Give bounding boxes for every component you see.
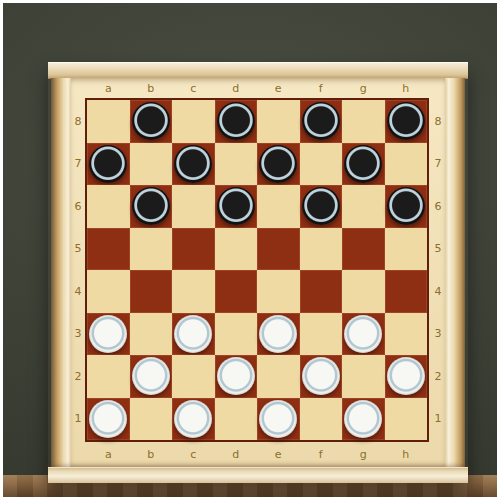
file-label-f: f (300, 79, 343, 97)
file-label-h: h (385, 445, 428, 463)
square-h7[interactable] (385, 143, 428, 186)
square-h3[interactable] (385, 313, 428, 356)
white-man-c3[interactable]: ⛀ (174, 315, 212, 353)
file-labels-bottom: abcdefgh (87, 445, 427, 463)
black-man-d6[interactable]: ⛂ (217, 187, 255, 225)
file-label-c: c (172, 445, 215, 463)
background-wall: abcdefgh 87654321 ⛂⛂⛂⛂⛂⛂⛂⛂⛂⛂⛂⛂⛀⛀⛀⛀⛀⛀⛀⛀⛀⛀… (3, 3, 497, 497)
black-man-f6[interactable]: ⛂ (302, 187, 340, 225)
demonstration-board: abcdefgh 87654321 ⛂⛂⛂⛂⛂⛂⛂⛂⛂⛂⛂⛂⛀⛀⛀⛀⛀⛀⛀⛀⛀⛀… (48, 62, 468, 483)
square-a2[interactable] (87, 355, 130, 398)
rank-label-7: 7 (71, 143, 85, 186)
square-d4[interactable] (215, 270, 258, 313)
file-label-a: a (87, 445, 130, 463)
square-c2[interactable] (172, 355, 215, 398)
board-frame-left-rail (51, 78, 71, 467)
board-body: abcdefgh 87654321 ⛂⛂⛂⛂⛂⛂⛂⛂⛂⛂⛂⛂⛀⛀⛀⛀⛀⛀⛀⛀⛀⛀… (48, 78, 468, 467)
white-man-a1[interactable]: ⛀ (89, 400, 127, 438)
white-man-h2[interactable]: ⛀ (387, 357, 425, 395)
square-a3[interactable]: ⛀ (87, 313, 130, 356)
board-frame-top-rail (48, 62, 468, 79)
black-man-h8[interactable]: ⛂ (387, 102, 425, 140)
white-man-a3[interactable]: ⛀ (89, 315, 127, 353)
square-a1[interactable]: ⛀ (87, 398, 130, 441)
square-g8[interactable] (342, 100, 385, 143)
square-e3[interactable]: ⛀ (257, 313, 300, 356)
square-g3[interactable]: ⛀ (342, 313, 385, 356)
square-e2[interactable] (257, 355, 300, 398)
square-a8[interactable] (87, 100, 130, 143)
black-man-h6[interactable]: ⛂ (387, 187, 425, 225)
square-d5[interactable] (215, 228, 258, 271)
black-man-g7[interactable]: ⛂ (344, 145, 382, 183)
file-label-e: e (257, 445, 300, 463)
square-e6[interactable] (257, 185, 300, 228)
checkers-grid: ⛂⛂⛂⛂⛂⛂⛂⛂⛂⛂⛂⛂⛀⛀⛀⛀⛀⛀⛀⛀⛀⛀⛀⛀ (85, 98, 429, 442)
square-c1[interactable]: ⛀ (172, 398, 215, 441)
square-h5[interactable] (385, 228, 428, 271)
rank-label-4: 4 (431, 270, 445, 313)
square-f8[interactable]: ⛂ (300, 100, 343, 143)
square-c3[interactable]: ⛀ (172, 313, 215, 356)
square-g5[interactable] (342, 228, 385, 271)
file-label-c: c (172, 79, 215, 97)
square-f7[interactable] (300, 143, 343, 186)
square-h8[interactable]: ⛂ (385, 100, 428, 143)
square-g6[interactable] (342, 185, 385, 228)
rank-label-3: 3 (71, 313, 85, 356)
square-f6[interactable]: ⛂ (300, 185, 343, 228)
square-d3[interactable] (215, 313, 258, 356)
square-f4[interactable] (300, 270, 343, 313)
square-a7[interactable]: ⛂ (87, 143, 130, 186)
file-label-h: h (385, 79, 428, 97)
black-man-d8[interactable]: ⛂ (217, 102, 255, 140)
rank-label-8: 8 (71, 100, 85, 143)
square-f1[interactable] (300, 398, 343, 441)
square-c5[interactable] (172, 228, 215, 271)
rank-label-4: 4 (71, 270, 85, 313)
board-frame-right-rail (445, 78, 465, 467)
file-label-g: g (342, 445, 385, 463)
square-d8[interactable]: ⛂ (215, 100, 258, 143)
file-label-g: g (342, 79, 385, 97)
square-b8[interactable]: ⛂ (130, 100, 173, 143)
file-label-b: b (130, 79, 173, 97)
rank-label-5: 5 (71, 228, 85, 271)
photo-frame: abcdefgh 87654321 ⛂⛂⛂⛂⛂⛂⛂⛂⛂⛂⛂⛂⛀⛀⛀⛀⛀⛀⛀⛀⛀⛀… (0, 0, 500, 500)
square-f3[interactable] (300, 313, 343, 356)
file-label-a: a (87, 79, 130, 97)
square-a6[interactable] (87, 185, 130, 228)
board-frame-bottom-ledge (48, 467, 468, 483)
square-h4[interactable] (385, 270, 428, 313)
square-f5[interactable] (300, 228, 343, 271)
square-e1[interactable]: ⛀ (257, 398, 300, 441)
white-man-c1[interactable]: ⛀ (174, 400, 212, 438)
square-c6[interactable] (172, 185, 215, 228)
square-a4[interactable] (87, 270, 130, 313)
square-f2[interactable]: ⛀ (300, 355, 343, 398)
square-c8[interactable] (172, 100, 215, 143)
square-b2[interactable]: ⛀ (130, 355, 173, 398)
black-man-e7[interactable]: ⛂ (259, 145, 297, 183)
rank-label-5: 5 (431, 228, 445, 271)
square-e5[interactable] (257, 228, 300, 271)
rank-label-2: 2 (71, 355, 85, 398)
rank-label-6: 6 (71, 185, 85, 228)
square-b1[interactable] (130, 398, 173, 441)
square-b5[interactable] (130, 228, 173, 271)
rank-label-2: 2 (431, 355, 445, 398)
white-man-g1[interactable]: ⛀ (344, 400, 382, 438)
square-g7[interactable]: ⛂ (342, 143, 385, 186)
square-h2[interactable]: ⛀ (385, 355, 428, 398)
square-b4[interactable] (130, 270, 173, 313)
file-label-e: e (257, 79, 300, 97)
rank-labels-right: 87654321 (431, 100, 445, 440)
square-d1[interactable] (215, 398, 258, 441)
square-h6[interactable]: ⛂ (385, 185, 428, 228)
board-surface: abcdefgh 87654321 ⛂⛂⛂⛂⛂⛂⛂⛂⛂⛂⛂⛂⛀⛀⛀⛀⛀⛀⛀⛀⛀⛀… (71, 78, 445, 467)
white-man-f2[interactable]: ⛀ (302, 357, 340, 395)
square-h1[interactable] (385, 398, 428, 441)
black-man-b6[interactable]: ⛂ (132, 187, 170, 225)
square-e8[interactable] (257, 100, 300, 143)
rank-label-6: 6 (431, 185, 445, 228)
white-man-g3[interactable]: ⛀ (344, 315, 382, 353)
file-label-b: b (130, 445, 173, 463)
black-man-a7[interactable]: ⛂ (89, 145, 127, 183)
white-man-e1[interactable]: ⛀ (259, 400, 297, 438)
square-b3[interactable] (130, 313, 173, 356)
square-d7[interactable] (215, 143, 258, 186)
white-man-b2[interactable]: ⛀ (132, 357, 170, 395)
square-e7[interactable]: ⛂ (257, 143, 300, 186)
black-man-b8[interactable]: ⛂ (132, 102, 170, 140)
square-g1[interactable]: ⛀ (342, 398, 385, 441)
black-man-f8[interactable]: ⛂ (302, 102, 340, 140)
square-d2[interactable]: ⛀ (215, 355, 258, 398)
square-c7[interactable]: ⛂ (172, 143, 215, 186)
square-e4[interactable] (257, 270, 300, 313)
square-g2[interactable] (342, 355, 385, 398)
rank-label-8: 8 (431, 100, 445, 143)
square-b7[interactable] (130, 143, 173, 186)
rank-label-7: 7 (431, 143, 445, 186)
square-c4[interactable] (172, 270, 215, 313)
black-man-c7[interactable]: ⛂ (174, 145, 212, 183)
square-a5[interactable] (87, 228, 130, 271)
rank-label-3: 3 (431, 313, 445, 356)
rank-labels-left: 87654321 (71, 100, 85, 440)
file-label-d: d (215, 445, 258, 463)
file-label-f: f (300, 445, 343, 463)
white-man-d2[interactable]: ⛀ (217, 357, 255, 395)
rank-label-1: 1 (71, 398, 85, 441)
rank-label-1: 1 (431, 398, 445, 441)
file-labels-top: abcdefgh (87, 79, 427, 97)
square-g4[interactable] (342, 270, 385, 313)
file-label-d: d (215, 79, 258, 97)
white-man-e3[interactable]: ⛀ (259, 315, 297, 353)
square-d6[interactable]: ⛂ (215, 185, 258, 228)
square-b6[interactable]: ⛂ (130, 185, 173, 228)
